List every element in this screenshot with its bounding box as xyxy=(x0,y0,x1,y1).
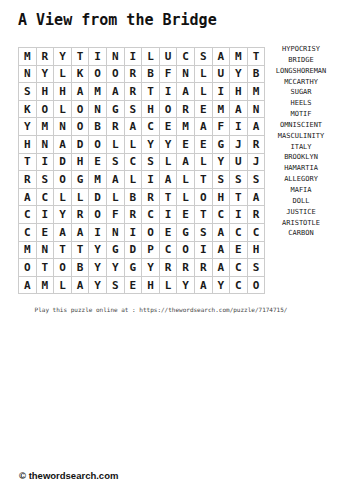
grid-cell[interactable]: Y xyxy=(160,136,178,154)
grid-cell[interactable]: L xyxy=(195,83,213,101)
grid-cell[interactable]: T xyxy=(37,259,55,277)
grid-cell[interactable]: A xyxy=(213,224,231,242)
word-list: HYPOCRISYBRIDGELONGSHOREMANMCCARTHYSUGAR… xyxy=(264,44,338,239)
grid-cell[interactable]: A xyxy=(160,171,178,189)
grid-cell[interactable]: G xyxy=(177,224,195,242)
grid-cell[interactable]: A xyxy=(230,101,248,119)
grid-cell[interactable]: O xyxy=(72,101,90,119)
word-list-item: MCCARTHY xyxy=(264,77,338,88)
grid-cell[interactable]: A xyxy=(213,242,231,260)
grid-cell[interactable]: L xyxy=(54,101,72,119)
grid-cell[interactable]: C xyxy=(19,224,37,242)
grid-cell[interactable]: Y xyxy=(230,66,248,84)
grid-cell[interactable]: G xyxy=(125,259,143,277)
grid-cell[interactable]: L xyxy=(160,154,178,172)
grid-cell[interactable]: M xyxy=(19,48,37,66)
grid-cell[interactable]: A xyxy=(107,171,125,189)
grid-cell[interactable]: E xyxy=(195,136,213,154)
grid-cell[interactable]: R xyxy=(125,206,143,224)
grid-cell[interactable]: U xyxy=(213,66,231,84)
grid-cell[interactable]: M xyxy=(177,118,195,136)
grid-cell[interactable]: O xyxy=(89,136,107,154)
grid-cell[interactable]: Y xyxy=(54,206,72,224)
grid-cell[interactable]: L xyxy=(177,189,195,207)
grid-cell[interactable]: M xyxy=(213,101,231,119)
grid-cell[interactable]: R xyxy=(177,101,195,119)
grid-cell[interactable]: S xyxy=(248,259,266,277)
grid-cell[interactable]: L xyxy=(72,189,90,207)
grid-cell[interactable]: S xyxy=(195,48,213,66)
grid-cell[interactable]: M xyxy=(230,48,248,66)
grid-cell[interactable]: I xyxy=(37,206,55,224)
grid-cell[interactable]: C xyxy=(230,259,248,277)
grid-cell[interactable]: A xyxy=(54,136,72,154)
grid-cell[interactable]: O xyxy=(54,259,72,277)
grid-cell[interactable]: C xyxy=(177,48,195,66)
grid-cell[interactable]: R xyxy=(195,259,213,277)
grid-cell[interactable]: E xyxy=(195,101,213,119)
grid-cell[interactable]: B xyxy=(248,66,266,84)
grid-cell[interactable]: T xyxy=(230,189,248,207)
grid-cell[interactable]: B xyxy=(142,66,160,84)
word-list-item: DOLL xyxy=(264,196,338,207)
grid-cell[interactable]: D xyxy=(125,242,143,260)
grid-cell[interactable]: I xyxy=(195,242,213,260)
grid-cell[interactable]: R xyxy=(107,118,125,136)
grid-cell[interactable]: S xyxy=(37,171,55,189)
grid-cell[interactable]: L xyxy=(54,66,72,84)
word-list-item: LONGSHOREMAN xyxy=(264,66,338,77)
grid-cell[interactable]: R xyxy=(248,206,266,224)
grid-cell[interactable]: S xyxy=(107,154,125,172)
grid-cell[interactable]: E xyxy=(177,136,195,154)
word-list-item: JUSTICE xyxy=(264,207,338,218)
grid-cell[interactable]: Y xyxy=(89,259,107,277)
grid-cell[interactable]: N xyxy=(37,136,55,154)
grid-cell[interactable]: M xyxy=(248,83,266,101)
grid-cell[interactable]: U xyxy=(230,154,248,172)
word-list-item: MAFIA xyxy=(264,185,338,196)
grid-cell[interactable]: O xyxy=(248,277,266,295)
grid-cell[interactable]: A xyxy=(19,277,37,295)
grid-cell[interactable]: H xyxy=(37,83,55,101)
word-list-item: BRIDGE xyxy=(264,55,338,66)
grid-cell[interactable]: O xyxy=(142,224,160,242)
grid-cell[interactable]: K xyxy=(19,101,37,119)
grid-cell[interactable]: A xyxy=(54,224,72,242)
word-list-item: CARBON xyxy=(264,228,338,239)
grid-cell[interactable]: R xyxy=(142,189,160,207)
grid-cell[interactable]: A xyxy=(19,189,37,207)
grid-cell[interactable]: T xyxy=(54,242,72,260)
grid-cell[interactable]: M xyxy=(37,277,55,295)
grid-cell[interactable]: S xyxy=(230,171,248,189)
grid-cell[interactable]: O xyxy=(19,259,37,277)
grid-cell[interactable]: E xyxy=(160,224,178,242)
grid-cell[interactable]: A xyxy=(72,277,90,295)
grid-cell[interactable]: F xyxy=(107,206,125,224)
grid-cell[interactable]: T xyxy=(142,83,160,101)
grid-cell[interactable]: L xyxy=(160,277,178,295)
grid-cell[interactable]: F xyxy=(160,66,178,84)
grid-cell[interactable]: S xyxy=(19,83,37,101)
grid-cell[interactable]: I xyxy=(160,83,178,101)
puzzle-title: A View from the Bridge xyxy=(18,11,217,29)
grid-cell[interactable]: A xyxy=(195,118,213,136)
grid-cell[interactable]: M xyxy=(37,118,55,136)
grid-cell[interactable]: B xyxy=(125,189,143,207)
grid-cell[interactable]: A xyxy=(213,259,231,277)
grid-cell[interactable]: C xyxy=(37,189,55,207)
word-list-item: ITALY xyxy=(264,142,338,153)
grid-cell[interactable]: T xyxy=(195,171,213,189)
grid-cell[interactable]: N xyxy=(19,66,37,84)
grid-cell[interactable]: L xyxy=(54,189,72,207)
grid-cell[interactable]: C xyxy=(125,154,143,172)
grid-cell[interactable]: Y xyxy=(89,277,107,295)
grid-cell[interactable]: N xyxy=(248,101,266,119)
grid-cell[interactable]: Y xyxy=(107,259,125,277)
play-online-caption: Play this puzzle online at : https://the… xyxy=(18,306,304,313)
grid-cell[interactable]: R xyxy=(177,259,195,277)
grid-cell[interactable]: O xyxy=(160,101,178,119)
grid-cell[interactable]: R xyxy=(37,48,55,66)
grid-cell[interactable]: O xyxy=(37,101,55,119)
grid-cell[interactable]: O xyxy=(54,171,72,189)
word-list-item: HEELS xyxy=(264,98,338,109)
grid-cell[interactable]: H xyxy=(19,136,37,154)
grid-cell[interactable]: O xyxy=(107,66,125,84)
word-search-grid: MRYTINILUCSAMTNYLKOORBFNLUYBSHHAMARTIALI… xyxy=(18,47,265,294)
grid-cell[interactable]: L xyxy=(107,189,125,207)
grid-cell[interactable]: H xyxy=(248,242,266,260)
grid-cell[interactable]: I xyxy=(142,171,160,189)
grid-cell[interactable]: A xyxy=(72,83,90,101)
grid-cell[interactable]: A xyxy=(125,118,143,136)
grid-cell[interactable]: M xyxy=(89,171,107,189)
grid-cell[interactable]: E xyxy=(37,224,55,242)
grid-cell[interactable]: R xyxy=(125,66,143,84)
grid-cell[interactable]: E xyxy=(230,242,248,260)
grid-cell[interactable]: H xyxy=(54,83,72,101)
grid-cell[interactable]: S xyxy=(213,171,231,189)
grid-cell[interactable]: Y xyxy=(37,66,55,84)
grid-cell[interactable]: I xyxy=(230,118,248,136)
grid-cell[interactable]: L xyxy=(195,154,213,172)
grid-cell[interactable]: L xyxy=(107,136,125,154)
grid-cell[interactable]: Y xyxy=(19,118,37,136)
word-list-item: ARISTOTLE xyxy=(264,218,338,229)
grid-cell[interactable]: N xyxy=(89,101,107,119)
grid-cell[interactable]: A xyxy=(72,224,90,242)
word-list-item: HAMARTIA xyxy=(264,163,338,174)
word-list-item: HYPOCRISY xyxy=(264,44,338,55)
grid-cell[interactable]: S xyxy=(195,224,213,242)
grid-cell[interactable]: H xyxy=(72,154,90,172)
grid-cell[interactable]: L xyxy=(54,277,72,295)
word-list-item: MOTIF xyxy=(264,109,338,120)
grid-cell[interactable]: H xyxy=(142,101,160,119)
grid-cell[interactable]: I xyxy=(230,206,248,224)
grid-cell[interactable]: T xyxy=(248,48,266,66)
grid-cell[interactable]: S xyxy=(248,171,266,189)
grid-cell[interactable]: N xyxy=(177,66,195,84)
grid-cell[interactable]: I xyxy=(125,48,143,66)
grid-cell[interactable]: B xyxy=(89,118,107,136)
grid-cell[interactable]: Y xyxy=(142,259,160,277)
grid-cell[interactable]: Y xyxy=(54,48,72,66)
grid-cell[interactable]: O xyxy=(195,189,213,207)
grid-cell[interactable]: R xyxy=(248,136,266,154)
grid-cell[interactable]: A xyxy=(177,83,195,101)
grid-cell[interactable]: T xyxy=(72,48,90,66)
grid-cell[interactable]: C xyxy=(142,206,160,224)
grid-cell[interactable]: T xyxy=(195,206,213,224)
grid-cell[interactable]: Y xyxy=(89,242,107,260)
grid-cell[interactable]: K xyxy=(72,66,90,84)
grid-cell[interactable]: R xyxy=(160,259,178,277)
grid-cell[interactable]: R xyxy=(72,206,90,224)
grid-cell[interactable]: R xyxy=(19,171,37,189)
grid-cell[interactable]: R xyxy=(125,83,143,101)
grid-cell[interactable]: A xyxy=(177,154,195,172)
grid-cell[interactable]: A xyxy=(213,48,231,66)
grid-cell[interactable]: C xyxy=(142,118,160,136)
grid-cell[interactable]: A xyxy=(107,83,125,101)
grid-cell[interactable]: I xyxy=(213,83,231,101)
grid-cell[interactable]: T xyxy=(72,242,90,260)
grid-cell[interactable]: I xyxy=(89,48,107,66)
grid-cell[interactable]: P xyxy=(142,242,160,260)
grid-cell[interactable]: I xyxy=(89,224,107,242)
grid-cell[interactable]: C xyxy=(230,277,248,295)
word-list-item: MASCULINITY xyxy=(264,131,338,142)
grid-cell[interactable]: J xyxy=(248,154,266,172)
grid-cell[interactable]: T xyxy=(160,189,178,207)
grid-cell[interactable]: H xyxy=(230,83,248,101)
grid-cell[interactable]: Y xyxy=(213,154,231,172)
grid-cell[interactable]: N xyxy=(54,118,72,136)
grid-cell[interactable]: N xyxy=(37,242,55,260)
grid-cell[interactable]: S xyxy=(125,101,143,119)
grid-cell[interactable]: M xyxy=(89,83,107,101)
grid-cell[interactable]: E xyxy=(125,277,143,295)
grid-cell[interactable]: I xyxy=(160,206,178,224)
grid-cell[interactable]: U xyxy=(160,48,178,66)
grid-cell[interactable]: I xyxy=(37,154,55,172)
grid-cell[interactable]: Y xyxy=(213,277,231,295)
grid-cell[interactable]: F xyxy=(213,118,231,136)
grid-cell[interactable]: T xyxy=(19,154,37,172)
grid-cell[interactable]: O xyxy=(72,118,90,136)
grid-cell[interactable]: N xyxy=(107,48,125,66)
site-branding: © thewordsearch.com xyxy=(19,470,118,481)
grid-cell[interactable]: I xyxy=(125,224,143,242)
grid-cell[interactable]: N xyxy=(107,224,125,242)
grid-cell[interactable]: C xyxy=(19,206,37,224)
grid-cell[interactable]: C xyxy=(160,242,178,260)
grid-cell[interactable]: G xyxy=(107,101,125,119)
grid-cell[interactable]: C xyxy=(248,224,266,242)
grid-cell[interactable]: S xyxy=(107,277,125,295)
grid-cell[interactable]: G xyxy=(213,136,231,154)
grid-cell[interactable]: J xyxy=(230,136,248,154)
grid-cell[interactable]: O xyxy=(89,206,107,224)
grid-cell[interactable]: L xyxy=(142,48,160,66)
grid-cell[interactable]: Y xyxy=(142,136,160,154)
grid-cell[interactable]: E xyxy=(89,154,107,172)
grid-cell[interactable]: H xyxy=(142,277,160,295)
grid-cell[interactable]: L xyxy=(177,171,195,189)
grid-cell[interactable]: D xyxy=(54,154,72,172)
grid-cell[interactable]: G xyxy=(72,171,90,189)
grid-cell[interactable]: H xyxy=(213,189,231,207)
word-list-item: BROOKLYN xyxy=(264,152,338,163)
grid-cell[interactable]: O xyxy=(89,66,107,84)
grid-cell[interactable]: L xyxy=(195,66,213,84)
grid-cell[interactable]: L xyxy=(125,171,143,189)
grid-cell[interactable]: O xyxy=(177,242,195,260)
word-list-item: OMNISCIENT xyxy=(264,120,338,131)
grid-cell[interactable]: E xyxy=(177,206,195,224)
grid-cell[interactable]: S xyxy=(142,154,160,172)
grid-cell[interactable]: A xyxy=(248,189,266,207)
grid-cell[interactable]: D xyxy=(72,136,90,154)
grid-cell[interactable]: M xyxy=(19,242,37,260)
grid-cell[interactable]: A xyxy=(195,277,213,295)
grid-cell[interactable]: B xyxy=(72,259,90,277)
grid-cell[interactable]: G xyxy=(107,242,125,260)
word-list-item: ALLEGORY xyxy=(264,174,338,185)
grid-cell[interactable]: Y xyxy=(177,277,195,295)
grid-cell[interactable]: E xyxy=(160,118,178,136)
grid-cell[interactable]: D xyxy=(89,189,107,207)
grid-cell[interactable]: C xyxy=(213,206,231,224)
grid-cell[interactable]: L xyxy=(125,136,143,154)
grid-cell[interactable]: A xyxy=(248,118,266,136)
word-list-item: SUGAR xyxy=(264,87,338,98)
word-search-page: A View from the Bridge MRYTINILUCSAMTNYL… xyxy=(0,0,353,500)
grid-cell[interactable]: C xyxy=(230,224,248,242)
